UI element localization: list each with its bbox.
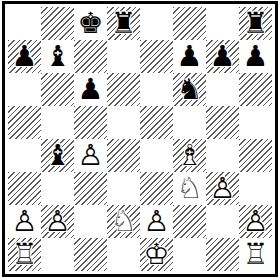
black-pawn-glyph: ♟ <box>173 40 206 73</box>
square-e8[interactable] <box>140 7 173 40</box>
square-a6[interactable] <box>8 73 41 106</box>
black-bishop: ♝ <box>41 40 74 73</box>
square-f7[interactable]: ♟ <box>173 40 206 73</box>
square-b3[interactable] <box>41 172 74 205</box>
square-c1[interactable] <box>74 238 107 271</box>
white-pawn-glyph: ♙ <box>206 172 239 205</box>
black-pawn-glyph: ♟ <box>8 40 41 73</box>
black-bishop: ♝ <box>41 139 74 172</box>
square-d2[interactable]: ♞♘ <box>107 205 140 238</box>
black-pawn-glyph: ♟ <box>239 40 272 73</box>
black-pawn: ♟ <box>206 40 239 73</box>
square-b4[interactable]: ♝ <box>41 139 74 172</box>
white-rook: ♜♖ <box>8 238 41 271</box>
black-rook: ♜ <box>107 7 140 40</box>
black-knight-glyph: ♞ <box>173 73 206 106</box>
black-pawn-glyph: ♟ <box>206 40 239 73</box>
black-knight: ♞ <box>173 73 206 106</box>
square-f8[interactable] <box>173 7 206 40</box>
square-c6[interactable]: ♟ <box>74 73 107 106</box>
square-b6[interactable] <box>41 73 74 106</box>
square-a1[interactable]: ♜♖ <box>8 238 41 271</box>
square-e7[interactable] <box>140 40 173 73</box>
square-e2[interactable]: ♟♙ <box>140 205 173 238</box>
white-bishop: ♝♗ <box>173 139 206 172</box>
white-knight: ♞♘ <box>173 172 206 205</box>
black-pawn: ♟ <box>8 40 41 73</box>
black-rook: ♜ <box>239 7 272 40</box>
square-e5[interactable] <box>140 106 173 139</box>
white-pawn-glyph: ♙ <box>239 205 272 238</box>
square-b5[interactable] <box>41 106 74 139</box>
square-h7[interactable]: ♟ <box>239 40 272 73</box>
square-g1[interactable] <box>206 238 239 271</box>
white-rook-glyph: ♖ <box>239 238 272 271</box>
square-h2[interactable]: ♟♙ <box>239 205 272 238</box>
square-a5[interactable] <box>8 106 41 139</box>
white-pawn: ♟♙ <box>8 205 41 238</box>
square-e4[interactable] <box>140 139 173 172</box>
square-h4[interactable] <box>239 139 272 172</box>
square-d1[interactable] <box>107 238 140 271</box>
white-pawn: ♟♙ <box>140 205 173 238</box>
black-pawn: ♟ <box>74 73 107 106</box>
white-bishop-glyph: ♗ <box>173 139 206 172</box>
square-d7[interactable] <box>107 40 140 73</box>
white-pawn: ♟♙ <box>206 172 239 205</box>
square-f5[interactable] <box>173 106 206 139</box>
board-frame: ♚♜♜♟♝♟♟♟♟♞♝♟♙♝♗♞♘♟♙♟♙♟♙♞♘♟♙♟♙♜♖♚♔♜♖ <box>2 1 278 277</box>
square-g6[interactable] <box>206 73 239 106</box>
white-rook-glyph: ♖ <box>8 238 41 271</box>
square-d8[interactable]: ♜ <box>107 7 140 40</box>
square-f4[interactable]: ♝♗ <box>173 139 206 172</box>
chess-board: ♚♜♜♟♝♟♟♟♟♞♝♟♙♝♗♞♘♟♙♟♙♟♙♞♘♟♙♟♙♜♖♚♔♜♖ <box>8 7 272 271</box>
black-bishop-glyph: ♝ <box>41 40 74 73</box>
square-a7[interactable]: ♟ <box>8 40 41 73</box>
black-pawn-glyph: ♟ <box>74 73 107 106</box>
black-rook-glyph: ♜ <box>239 7 272 40</box>
square-a3[interactable] <box>8 172 41 205</box>
square-a8[interactable] <box>8 7 41 40</box>
square-g8[interactable] <box>206 7 239 40</box>
square-a4[interactable] <box>8 139 41 172</box>
white-king-glyph: ♔ <box>140 238 173 271</box>
square-g2[interactable] <box>206 205 239 238</box>
white-pawn: ♟♙ <box>239 205 272 238</box>
white-pawn: ♟♙ <box>74 139 107 172</box>
square-c7[interactable] <box>74 40 107 73</box>
square-g4[interactable] <box>206 139 239 172</box>
white-knight-glyph: ♘ <box>107 205 140 238</box>
black-pawn: ♟ <box>239 40 272 73</box>
square-c5[interactable] <box>74 106 107 139</box>
square-h6[interactable] <box>239 73 272 106</box>
square-h5[interactable] <box>239 106 272 139</box>
black-bishop-glyph: ♝ <box>41 139 74 172</box>
square-f2[interactable] <box>173 205 206 238</box>
white-pawn-glyph: ♙ <box>41 205 74 238</box>
square-a2[interactable]: ♟♙ <box>8 205 41 238</box>
square-e3[interactable] <box>140 172 173 205</box>
square-c2[interactable] <box>74 205 107 238</box>
square-d5[interactable] <box>107 106 140 139</box>
square-e6[interactable] <box>140 73 173 106</box>
white-knight: ♞♘ <box>107 205 140 238</box>
white-king: ♚♔ <box>140 238 173 271</box>
square-b7[interactable]: ♝ <box>41 40 74 73</box>
black-rook-glyph: ♜ <box>107 7 140 40</box>
square-h1[interactable]: ♜♖ <box>239 238 272 271</box>
square-c8[interactable]: ♚ <box>74 7 107 40</box>
black-king: ♚ <box>74 7 107 40</box>
black-king-glyph: ♚ <box>74 7 107 40</box>
white-rook: ♜♖ <box>239 238 272 271</box>
square-c4[interactable]: ♟♙ <box>74 139 107 172</box>
black-pawn: ♟ <box>173 40 206 73</box>
square-f6[interactable]: ♞ <box>173 73 206 106</box>
square-f3[interactable]: ♞♘ <box>173 172 206 205</box>
square-h3[interactable] <box>239 172 272 205</box>
square-h8[interactable]: ♜ <box>239 7 272 40</box>
square-c3[interactable] <box>74 172 107 205</box>
square-g5[interactable] <box>206 106 239 139</box>
square-f1[interactable] <box>173 238 206 271</box>
square-b8[interactable] <box>41 7 74 40</box>
square-g7[interactable]: ♟ <box>206 40 239 73</box>
square-d3[interactable] <box>107 172 140 205</box>
square-b1[interactable] <box>41 238 74 271</box>
square-d6[interactable] <box>107 73 140 106</box>
white-pawn: ♟♙ <box>41 205 74 238</box>
chess-diagram: ♚♜♜♟♝♟♟♟♟♞♝♟♙♝♗♞♘♟♙♟♙♟♙♞♘♟♙♟♙♜♖♚♔♜♖ <box>0 0 280 279</box>
square-g3[interactable]: ♟♙ <box>206 172 239 205</box>
white-pawn-glyph: ♙ <box>8 205 41 238</box>
square-d4[interactable] <box>107 139 140 172</box>
square-e1[interactable]: ♚♔ <box>140 238 173 271</box>
square-b2[interactable]: ♟♙ <box>41 205 74 238</box>
white-pawn-glyph: ♙ <box>74 139 107 172</box>
white-knight-glyph: ♘ <box>173 172 206 205</box>
white-pawn-glyph: ♙ <box>140 205 173 238</box>
